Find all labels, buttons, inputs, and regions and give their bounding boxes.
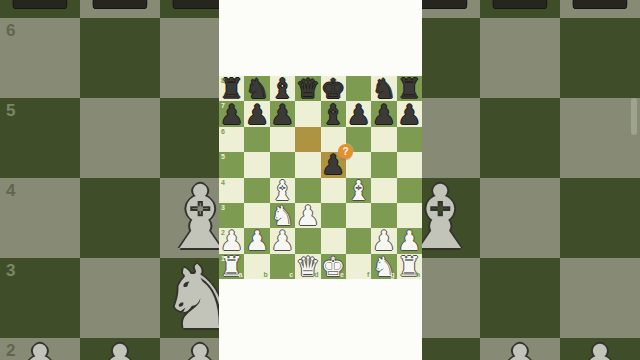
square-e3[interactable] [321, 203, 346, 228]
piece-black-pawn-b7[interactable]: ♟ [245, 101, 269, 128]
bg-rank-label-5: 5 [6, 102, 15, 119]
piece-black-pawn-h7[interactable]: ♟ [397, 101, 421, 128]
square-d3[interactable]: ♟ [295, 203, 320, 228]
square-a6[interactable]: 6 [219, 127, 244, 152]
bg-square-h4 [560, 178, 640, 258]
piece-white-knight-g1[interactable]: ♞ [372, 253, 396, 280]
square-b7[interactable]: ♟ [244, 101, 269, 126]
piece-white-pawn-b2[interactable]: ♟ [245, 227, 269, 254]
piece-white-king-e1[interactable]: ♚ [321, 253, 345, 280]
square-h3[interactable] [397, 203, 422, 228]
video-frame: 8♜♞♝♛♚♞♜7♟♟♟♝♟♟♟65♟4♝♝3♞♟2♟♟♟♟♟1a♜bcd♛e♚… [219, 0, 422, 360]
square-d2[interactable] [295, 228, 320, 253]
square-b1[interactable]: b [244, 254, 269, 279]
chess-board: 8♜♞♝♛♚♞♜7♟♟♟♝♟♟♟65♟4♝♝3♞♟2♟♟♟♟♟1a♜bcd♛e♚… [219, 76, 422, 279]
square-b4[interactable] [244, 178, 269, 203]
square-a5[interactable]: 5 [219, 152, 244, 177]
file-label-c: c [289, 271, 293, 278]
square-f2[interactable] [346, 228, 371, 253]
bg-square-g6 [480, 18, 560, 98]
bg-square-g7: ♟ [480, 0, 560, 18]
square-h5[interactable] [397, 152, 422, 177]
square-e2[interactable] [321, 228, 346, 253]
bg-square-a4: 4 [0, 178, 80, 258]
bg-square-h6 [560, 18, 640, 98]
square-d7[interactable] [295, 101, 320, 126]
square-f3[interactable] [346, 203, 371, 228]
piece-black-pawn-c7[interactable]: ♟ [270, 101, 294, 128]
bg-square-b2: ♟ [80, 338, 160, 360]
square-a3[interactable]: 3 [219, 203, 244, 228]
bg-piece-white-pawn-b2: ♟ [81, 334, 160, 360]
square-c7[interactable]: ♟ [270, 101, 295, 126]
rank-label-6: 6 [221, 128, 225, 135]
square-b6[interactable] [244, 127, 269, 152]
square-f1[interactable]: f [346, 254, 371, 279]
square-c6[interactable] [270, 127, 295, 152]
file-label-f: f [367, 271, 369, 278]
bg-square-h2: ♟ [560, 338, 640, 360]
piece-white-rook-a1[interactable]: ♜ [220, 253, 244, 280]
square-f4[interactable]: ♝ [346, 178, 371, 203]
piece-black-queen-d8[interactable]: ♛ [296, 75, 320, 102]
bg-square-b7: ♟ [80, 0, 160, 18]
square-b3[interactable] [244, 203, 269, 228]
piece-black-pawn-a7[interactable]: ♟ [220, 101, 244, 128]
square-f7[interactable]: ♟ [346, 101, 371, 126]
square-c4[interactable]: ♝ [270, 178, 295, 203]
scrollbar-thumb[interactable] [631, 98, 637, 135]
bg-square-h7: ♟ [560, 0, 640, 18]
bg-square-b5 [80, 98, 160, 178]
square-h1[interactable]: h♜ [397, 254, 422, 279]
square-d8[interactable]: ♛ [295, 76, 320, 101]
square-d4[interactable] [295, 178, 320, 203]
square-c2[interactable]: ♟ [270, 228, 295, 253]
square-g3[interactable] [371, 203, 396, 228]
square-g4[interactable] [371, 178, 396, 203]
bg-rank-label-4: 4 [6, 182, 15, 199]
square-e4[interactable] [321, 178, 346, 203]
bg-square-g4 [480, 178, 560, 258]
square-d5[interactable] [295, 152, 320, 177]
square-a4[interactable]: 4 [219, 178, 244, 203]
bg-square-a2: 2♟ [0, 338, 80, 360]
square-b2[interactable]: ♟ [244, 228, 269, 253]
rank-label-4: 4 [221, 179, 225, 186]
piece-black-pawn-f7[interactable]: ♟ [346, 101, 370, 128]
square-a1[interactable]: 1a♜ [219, 254, 244, 279]
square-a2[interactable]: 2♟ [219, 228, 244, 253]
bg-piece-white-pawn-h2: ♟ [561, 334, 640, 360]
rank-label-5: 5 [221, 153, 225, 160]
bg-square-a5: 5 [0, 98, 80, 178]
square-h8[interactable]: ♜ [397, 76, 422, 101]
piece-white-queen-d1[interactable]: ♛ [296, 253, 320, 280]
square-g5[interactable] [371, 152, 396, 177]
square-c8[interactable]: ♝ [270, 76, 295, 101]
square-g2[interactable]: ♟ [371, 228, 396, 253]
square-e7[interactable]: ♝ [321, 101, 346, 126]
square-g6[interactable] [371, 127, 396, 152]
bg-piece-white-pawn-a2: ♟ [1, 334, 80, 360]
square-e1[interactable]: e♚ [321, 254, 346, 279]
square-b5[interactable] [244, 152, 269, 177]
square-g7[interactable]: ♟ [371, 101, 396, 126]
square-h7[interactable]: ♟ [397, 101, 422, 126]
piece-black-bishop-e7[interactable]: ♝ [321, 101, 345, 128]
square-c3[interactable]: ♞ [270, 203, 295, 228]
rank-label-3: 3 [221, 204, 225, 211]
mistake-badge: ? [338, 144, 353, 159]
square-a7[interactable]: 7♟ [219, 101, 244, 126]
square-c1[interactable]: c [270, 254, 295, 279]
bg-rank-label-6: 6 [6, 22, 15, 39]
piece-white-bishop-f4[interactable]: ♝ [346, 177, 370, 204]
bg-piece-white-pawn-g2: ♟ [481, 334, 560, 360]
bg-square-h5 [560, 98, 640, 178]
square-c5[interactable] [270, 152, 295, 177]
piece-white-pawn-d3[interactable]: ♟ [296, 202, 320, 229]
square-f8[interactable] [346, 76, 371, 101]
file-label-b: b [263, 271, 267, 278]
square-d1[interactable]: d♛ [295, 254, 320, 279]
square-e8[interactable]: ♚ [321, 76, 346, 101]
square-g8[interactable]: ♞ [371, 76, 396, 101]
square-h4[interactable] [397, 178, 422, 203]
bg-square-a6: 6 [0, 18, 80, 98]
square-a8[interactable]: 8♜ [219, 76, 244, 101]
square-g1[interactable]: g♞ [371, 254, 396, 279]
piece-black-pawn-g7[interactable]: ♟ [372, 101, 396, 128]
piece-white-pawn-c2[interactable]: ♟ [270, 227, 294, 254]
bg-square-g2: ♟ [480, 338, 560, 360]
bg-square-b6 [80, 18, 160, 98]
bg-rank-label-3: 3 [6, 262, 15, 279]
square-d6[interactable] [295, 127, 320, 152]
square-h2[interactable]: ♟ [397, 228, 422, 253]
bg-square-a7: 7♟ [0, 0, 80, 18]
screenshot-stage: 8♜♞♝♛♚♞♜7♟♟♟♝♟♟♟65♟4♝♝3♞♟2♟♟♟♟♟1a♜bcd♛e♚… [0, 0, 640, 360]
square-b8[interactable]: ♞ [244, 76, 269, 101]
square-h6[interactable] [397, 127, 422, 152]
piece-white-rook-h1[interactable]: ♜ [397, 253, 421, 280]
bg-square-b4 [80, 178, 160, 258]
bg-square-g5 [480, 98, 560, 178]
